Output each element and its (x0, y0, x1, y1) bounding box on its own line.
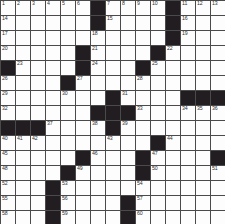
grid-cell[interactable]: 14 (1, 16, 16, 31)
grid-cell[interactable] (181, 166, 196, 181)
grid-cell[interactable]: 8 (121, 1, 136, 16)
black-cell (61, 166, 76, 181)
grid-cell[interactable] (46, 166, 61, 181)
grid-cell[interactable] (211, 196, 225, 211)
clue-number: 13 (212, 1, 218, 7)
grid-cell[interactable] (106, 76, 121, 91)
clue-number: 15 (107, 16, 113, 22)
black-cell (46, 211, 61, 224)
clue-number: 58 (2, 211, 8, 217)
grid-cell[interactable] (31, 76, 46, 91)
clue-number: 4 (47, 1, 50, 7)
grid-cell[interactable]: 2 (16, 1, 31, 16)
clue-number: 48 (2, 166, 8, 172)
grid-cell[interactable]: 58 (1, 211, 16, 224)
black-cell (91, 106, 106, 121)
grid-cell[interactable]: 38 (91, 121, 106, 136)
grid-cell[interactable]: 4 (46, 1, 61, 16)
black-cell (76, 46, 91, 61)
grid-cell[interactable] (76, 136, 91, 151)
grid-cell[interactable] (181, 136, 196, 151)
clue-number: 2 (17, 1, 20, 7)
grid-cell[interactable] (16, 166, 31, 181)
grid-cell[interactable] (196, 76, 211, 91)
clue-number: 55 (2, 196, 8, 202)
grid-cell[interactable] (16, 181, 31, 196)
grid-cell[interactable] (16, 31, 31, 46)
clue-number: 34 (182, 106, 188, 112)
clue-number: 26 (2, 76, 8, 82)
grid-cell[interactable] (166, 166, 181, 181)
grid-cell[interactable]: 32 (1, 106, 16, 121)
black-cell (136, 61, 151, 76)
grid-cell[interactable]: 16 (181, 16, 196, 31)
clue-number: 17 (2, 31, 8, 37)
black-cell (121, 211, 136, 224)
grid-cell[interactable]: 37 (46, 121, 61, 136)
clue-number: 1 (2, 1, 5, 7)
clue-number: 28 (137, 76, 143, 82)
grid-cell[interactable]: 29 (1, 91, 16, 106)
clue-number: 12 (197, 1, 203, 7)
grid-cell[interactable] (151, 91, 166, 106)
grid-cell[interactable]: 55 (1, 196, 16, 211)
clue-number: 27 (77, 76, 83, 82)
grid-cell[interactable] (31, 31, 46, 46)
grid-cell[interactable]: 47 (151, 151, 166, 166)
grid-cell[interactable] (166, 121, 181, 136)
clue-number: 22 (167, 46, 173, 52)
grid-cell[interactable]: 6 (76, 1, 91, 16)
grid-cell[interactable]: 39 (121, 121, 136, 136)
grid-cell[interactable] (76, 106, 91, 121)
clue-number: 14 (2, 16, 8, 22)
grid-cell[interactable] (151, 181, 166, 196)
grid-cell[interactable] (16, 196, 31, 211)
black-cell (91, 16, 106, 31)
grid-cell[interactable] (61, 151, 76, 166)
clue-number: 10 (152, 1, 158, 7)
grid-cell[interactable] (106, 31, 121, 46)
grid-cell[interactable]: 13 (211, 1, 225, 16)
grid-cell[interactable]: 23 (16, 61, 31, 76)
clue-number: 49 (77, 166, 83, 172)
grid-cell[interactable] (166, 151, 181, 166)
grid-cell[interactable] (76, 181, 91, 196)
grid-cell[interactable]: 40 (1, 136, 16, 151)
black-cell (76, 61, 91, 76)
grid-cell[interactable] (196, 181, 211, 196)
grid-cell[interactable]: 17 (1, 31, 16, 46)
clue-number: 23 (17, 61, 23, 67)
grid-cell[interactable] (31, 106, 46, 121)
crossword-board: 1234567891011121314151617181920212223242… (0, 0, 225, 224)
grid-cell[interactable] (151, 211, 166, 224)
black-cell (76, 151, 91, 166)
grid-cell[interactable] (16, 76, 31, 91)
grid-cell[interactable] (151, 196, 166, 211)
clue-number: 47 (152, 151, 158, 157)
grid-cell[interactable]: 24 (91, 61, 106, 76)
grid-cell[interactable] (196, 121, 211, 136)
grid-cell[interactable] (211, 136, 225, 151)
grid-cell[interactable] (181, 61, 196, 76)
grid-cell[interactable] (61, 121, 76, 136)
grid-cell[interactable] (31, 151, 46, 166)
grid-cell[interactable] (211, 76, 225, 91)
grid-cell[interactable]: 22 (166, 46, 181, 61)
grid-cell[interactable] (196, 166, 211, 181)
grid-cell[interactable]: 59 (61, 211, 76, 224)
black-cell (166, 16, 181, 31)
grid-cell[interactable] (76, 31, 91, 46)
clue-number: 53 (62, 181, 68, 187)
clue-number: 21 (92, 46, 98, 52)
black-cell (211, 91, 225, 106)
clue-number: 43 (107, 136, 113, 142)
grid-cell[interactable] (121, 16, 136, 31)
black-cell (166, 1, 181, 16)
grid-cell[interactable]: 1 (1, 1, 16, 16)
black-cell (136, 166, 151, 181)
grid-cell[interactable] (91, 76, 106, 91)
clue-number: 38 (92, 121, 98, 127)
grid-cell[interactable] (181, 211, 196, 224)
grid-cell[interactable]: 43 (106, 136, 121, 151)
grid-cell[interactable] (46, 106, 61, 121)
grid-cell[interactable]: 9 (136, 1, 151, 16)
black-cell (151, 136, 166, 151)
black-cell (106, 106, 121, 121)
clue-number: 42 (32, 136, 38, 142)
grid-cell[interactable] (31, 61, 46, 76)
grid-cell[interactable] (196, 31, 211, 46)
grid-cell[interactable] (91, 136, 106, 151)
clue-number: 11 (182, 1, 187, 7)
clue-number: 45 (2, 151, 8, 157)
grid-cell[interactable] (46, 76, 61, 91)
clue-number: 24 (92, 61, 98, 67)
grid-cell[interactable] (76, 211, 91, 224)
clue-number: 39 (122, 121, 128, 127)
grid-cell[interactable] (16, 151, 31, 166)
grid-cell[interactable] (31, 196, 46, 211)
grid-cell[interactable] (91, 211, 106, 224)
grid-cell[interactable]: 46 (91, 151, 106, 166)
black-cell (16, 121, 31, 136)
clue-number: 60 (137, 211, 143, 217)
grid-cell[interactable] (196, 46, 211, 61)
grid-cell[interactable] (16, 211, 31, 224)
grid-cell[interactable] (16, 46, 31, 61)
clue-number: 37 (47, 121, 53, 127)
grid-cell[interactable]: 51 (211, 166, 225, 181)
grid-cell[interactable] (121, 76, 136, 91)
clue-number: 36 (212, 106, 218, 112)
grid-cell[interactable] (76, 196, 91, 211)
grid-cell[interactable]: 45 (1, 151, 16, 166)
grid-cell[interactable]: 54 (136, 181, 151, 196)
grid-cell[interactable] (121, 151, 136, 166)
black-cell (121, 106, 136, 121)
black-cell (166, 31, 181, 46)
grid-cell[interactable] (106, 181, 121, 196)
clue-number: 31 (122, 91, 128, 97)
grid-cell[interactable] (166, 61, 181, 76)
black-cell (106, 91, 121, 106)
grid-cell[interactable] (106, 196, 121, 211)
grid-cell[interactable]: 60 (136, 211, 151, 224)
black-cell (211, 151, 225, 166)
grid-cell[interactable] (76, 91, 91, 106)
clue-number: 7 (107, 1, 110, 7)
grid-cell[interactable] (106, 211, 121, 224)
grid-cell[interactable] (151, 106, 166, 121)
clue-number: 8 (122, 1, 125, 7)
grid-cell[interactable] (151, 16, 166, 31)
grid-cell[interactable] (181, 76, 196, 91)
black-cell (31, 121, 46, 136)
grid-cell[interactable] (16, 106, 31, 121)
grid-cell[interactable]: 27 (76, 76, 91, 91)
grid-cell[interactable] (61, 31, 76, 46)
grid-cell[interactable] (166, 106, 181, 121)
grid-cell[interactable]: 18 (91, 31, 106, 46)
grid-cell[interactable]: 26 (1, 76, 16, 91)
grid-cell[interactable] (211, 211, 225, 224)
grid-cell[interactable] (166, 76, 181, 91)
grid-cell[interactable] (211, 181, 225, 196)
grid-cell[interactable] (151, 121, 166, 136)
grid-cell[interactable] (121, 31, 136, 46)
grid-cell[interactable]: 34 (181, 106, 196, 121)
clue-number: 29 (2, 91, 8, 97)
black-cell (1, 121, 16, 136)
clue-number: 9 (137, 1, 140, 7)
clue-number: 6 (77, 1, 80, 7)
clue-number: 33 (137, 106, 143, 112)
black-cell (151, 46, 166, 61)
grid-cell[interactable]: 21 (91, 46, 106, 61)
grid-cell[interactable]: 33 (136, 106, 151, 121)
black-cell (181, 91, 196, 106)
clue-number: 57 (137, 196, 143, 202)
grid-cell[interactable] (31, 211, 46, 224)
grid-cell[interactable] (136, 136, 151, 151)
clue-number: 44 (167, 136, 173, 142)
clue-number: 51 (212, 166, 218, 172)
grid-cell[interactable] (106, 61, 121, 76)
grid-cell[interactable] (151, 31, 166, 46)
grid-cell[interactable] (76, 121, 91, 136)
grid-cell[interactable] (211, 16, 225, 31)
grid-cell[interactable]: 10 (151, 1, 166, 16)
grid-cell[interactable] (61, 46, 76, 61)
grid-cell[interactable] (46, 91, 61, 106)
clue-number: 56 (62, 196, 68, 202)
grid-cell[interactable] (31, 166, 46, 181)
grid-cell[interactable]: 15 (106, 16, 121, 31)
grid-cell[interactable]: 30 (61, 91, 76, 106)
grid-cell[interactable] (31, 16, 46, 31)
grid-cell[interactable] (211, 46, 225, 61)
grid-cell[interactable] (121, 46, 136, 61)
clue-number: 40 (2, 136, 8, 142)
black-cell (136, 151, 151, 166)
grid-cell[interactable]: 57 (136, 196, 151, 211)
grid-cell[interactable]: 19 (181, 31, 196, 46)
grid-cell[interactable] (76, 16, 91, 31)
grid-cell[interactable] (106, 46, 121, 61)
grid-cell[interactable] (181, 121, 196, 136)
grid-cell[interactable] (91, 196, 106, 211)
clue-number: 18 (92, 31, 98, 37)
grid-cell[interactable]: 50 (151, 166, 166, 181)
grid-cell[interactable] (31, 91, 46, 106)
black-cell (46, 181, 61, 196)
grid-cell[interactable] (61, 61, 76, 76)
black-cell (61, 76, 76, 91)
grid-cell[interactable] (136, 16, 151, 31)
grid-cell[interactable] (181, 46, 196, 61)
grid-cell[interactable] (61, 106, 76, 121)
grid-cell[interactable] (211, 61, 225, 76)
grid-cell[interactable] (31, 181, 46, 196)
clue-number: 25 (152, 61, 158, 67)
grid-cell[interactable] (196, 61, 211, 76)
grid-cell[interactable]: 41 (16, 136, 31, 151)
grid-cell[interactable] (211, 121, 225, 136)
grid-cell[interactable] (136, 46, 151, 61)
grid-cell[interactable]: 7 (106, 1, 121, 16)
grid-cell[interactable] (46, 136, 61, 151)
grid-cell[interactable]: 53 (61, 181, 76, 196)
grid-cell[interactable] (136, 91, 151, 106)
grid-cell[interactable]: 42 (31, 136, 46, 151)
grid-cell[interactable] (91, 181, 106, 196)
clue-number: 30 (62, 91, 68, 97)
grid-cell[interactable] (136, 31, 151, 46)
clue-number: 19 (182, 31, 188, 37)
grid-cell[interactable] (121, 166, 136, 181)
grid-cell[interactable] (166, 91, 181, 106)
grid-cell[interactable]: 25 (151, 61, 166, 76)
grid-cell[interactable] (61, 136, 76, 151)
grid-cell[interactable] (196, 136, 211, 151)
grid-cell[interactable]: 52 (1, 181, 16, 196)
grid-cell[interactable]: 12 (196, 1, 211, 16)
grid-cell[interactable]: 20 (1, 46, 16, 61)
grid-cell[interactable] (61, 16, 76, 31)
grid-cell[interactable] (166, 181, 181, 196)
grid-cell[interactable] (46, 61, 61, 76)
grid-cell[interactable] (196, 16, 211, 31)
grid-cell[interactable]: 11 (181, 1, 196, 16)
grid-cell[interactable] (196, 211, 211, 224)
grid-cell[interactable] (121, 61, 136, 76)
grid-cell[interactable]: 5 (61, 1, 76, 16)
clue-number: 50 (152, 166, 158, 172)
grid-cell[interactable] (91, 166, 106, 181)
grid-cell[interactable] (166, 211, 181, 224)
grid-cell[interactable] (181, 181, 196, 196)
grid-cell[interactable] (166, 196, 181, 211)
clue-number: 20 (2, 46, 8, 52)
grid-cell[interactable] (46, 31, 61, 46)
grid-cell[interactable]: 3 (31, 1, 46, 16)
clue-number: 54 (137, 181, 143, 187)
grid-cell[interactable]: 48 (1, 166, 16, 181)
grid-cell[interactable]: 35 (196, 106, 211, 121)
grid-cell[interactable] (196, 196, 211, 211)
grid-cell[interactable]: 36 (211, 106, 225, 121)
grid-cell[interactable] (196, 151, 211, 166)
grid-cell[interactable] (151, 76, 166, 91)
black-cell (46, 196, 61, 211)
grid-cell[interactable] (181, 196, 196, 211)
clue-number: 16 (182, 16, 188, 22)
grid-cell[interactable] (31, 46, 46, 61)
clue-number: 46 (92, 151, 98, 157)
grid-cell[interactable] (106, 151, 121, 166)
grid-cell[interactable] (121, 136, 136, 151)
clue-number: 52 (2, 181, 8, 187)
grid-cell[interactable] (181, 151, 196, 166)
grid-cell[interactable] (16, 91, 31, 106)
grid-cell[interactable]: 44 (166, 136, 181, 151)
black-cell (1, 61, 16, 76)
clue-number: 59 (62, 211, 68, 217)
black-cell (121, 196, 136, 211)
grid-cell[interactable]: 49 (76, 166, 91, 181)
black-cell (106, 121, 121, 136)
grid-cell[interactable]: 28 (136, 76, 151, 91)
grid-cell[interactable] (136, 121, 151, 136)
grid-cell[interactable]: 56 (61, 196, 76, 211)
black-cell (91, 1, 106, 16)
grid-cell[interactable] (46, 151, 61, 166)
grid-cell[interactable] (46, 46, 61, 61)
grid-cell[interactable] (106, 166, 121, 181)
grid-cell[interactable] (91, 91, 106, 106)
crossword-screenshot: 1234567891011121314151617181920212223242… (0, 0, 225, 224)
clue-number: 35 (197, 106, 203, 112)
clue-number: 41 (17, 136, 23, 142)
clue-number: 3 (32, 1, 35, 7)
grid-cell[interactable]: 31 (121, 91, 136, 106)
grid-cell[interactable] (16, 16, 31, 31)
grid-cell[interactable] (121, 181, 136, 196)
clue-number: 32 (2, 106, 8, 112)
grid-cell[interactable] (46, 16, 61, 31)
clue-number: 5 (62, 1, 65, 7)
black-cell (196, 91, 211, 106)
grid-cell[interactable] (211, 31, 225, 46)
